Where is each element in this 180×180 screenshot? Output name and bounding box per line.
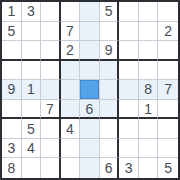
sudoku-cell-r1c6[interactable]: 5	[100, 2, 120, 22]
sudoku-cell-r3c7[interactable]	[119, 41, 139, 61]
sudoku-cell-r5c1[interactable]: 9	[2, 80, 22, 100]
sudoku-cell-r8c7[interactable]	[119, 139, 139, 159]
sudoku-cell-r3c6[interactable]: 9	[100, 41, 120, 61]
sudoku-cell-r2c9[interactable]: 2	[158, 22, 178, 42]
sudoku-cell-r5c8[interactable]: 8	[139, 80, 159, 100]
sudoku-cell-r1c8[interactable]	[139, 2, 159, 22]
sudoku-cell-r7c3[interactable]	[41, 119, 61, 139]
sudoku-cell-r2c7[interactable]	[119, 22, 139, 42]
sudoku-cell-r9c5[interactable]	[80, 158, 100, 178]
sudoku-cell-r4c8[interactable]	[139, 61, 159, 81]
sudoku-cell-r8c9[interactable]	[158, 139, 178, 159]
sudoku-cell-r9c8[interactable]	[139, 158, 159, 178]
sudoku-cell-r5c9[interactable]: 7	[158, 80, 178, 100]
sudoku-cell-r1c2[interactable]: 3	[22, 2, 42, 22]
sudoku-cell-r7c7[interactable]	[119, 119, 139, 139]
sudoku-cell-r2c1[interactable]: 5	[2, 22, 22, 42]
sudoku-cell-r9c9[interactable]: 5	[158, 158, 178, 178]
sudoku-cell-r9c2[interactable]	[22, 158, 42, 178]
sudoku-cell-r3c8[interactable]	[139, 41, 159, 61]
sudoku-board: 13557229918776154348635	[0, 0, 180, 180]
sudoku-cell-r4c5[interactable]	[80, 61, 100, 81]
sudoku-cell-r5c7[interactable]	[119, 80, 139, 100]
sudoku-cell-r1c9[interactable]	[158, 2, 178, 22]
sudoku-cell-r6c8[interactable]: 1	[139, 100, 159, 120]
sudoku-cell-r7c2[interactable]: 5	[22, 119, 42, 139]
sudoku-cell-r4c9[interactable]	[158, 61, 178, 81]
sudoku-cell-r3c3[interactable]	[41, 41, 61, 61]
sudoku-cell-r7c5[interactable]	[80, 119, 100, 139]
sudoku-cell-r5c3[interactable]	[41, 80, 61, 100]
sudoku-cell-r6c3[interactable]: 7	[41, 100, 61, 120]
sudoku-cell-r8c6[interactable]	[100, 139, 120, 159]
sudoku-cell-r5c4[interactable]	[61, 80, 81, 100]
sudoku-cell-r2c5[interactable]	[80, 22, 100, 42]
sudoku-cell-r6c6[interactable]	[100, 100, 120, 120]
sudoku-cell-r3c2[interactable]	[22, 41, 42, 61]
sudoku-cell-r2c8[interactable]	[139, 22, 159, 42]
sudoku-cell-r8c4[interactable]	[61, 139, 81, 159]
sudoku-cell-r5c6[interactable]	[100, 80, 120, 100]
sudoku-cell-r9c3[interactable]	[41, 158, 61, 178]
sudoku-cell-r1c7[interactable]	[119, 2, 139, 22]
sudoku-cell-r2c6[interactable]	[100, 22, 120, 42]
sudoku-cell-r4c3[interactable]	[41, 61, 61, 81]
sudoku-cell-r8c2[interactable]: 4	[22, 139, 42, 159]
sudoku-cell-r3c4[interactable]: 2	[61, 41, 81, 61]
sudoku-cell-r6c2[interactable]	[22, 100, 42, 120]
sudoku-cell-r1c1[interactable]: 1	[2, 2, 22, 22]
sudoku-cell-r1c4[interactable]	[61, 2, 81, 22]
sudoku-cell-r9c6[interactable]: 6	[100, 158, 120, 178]
sudoku-cell-r2c4[interactable]: 7	[61, 22, 81, 42]
sudoku-cell-r1c5[interactable]	[80, 2, 100, 22]
sudoku-cell-selected-r5c5[interactable]	[80, 80, 100, 100]
sudoku-cell-r7c8[interactable]	[139, 119, 159, 139]
sudoku-cell-r6c7[interactable]	[119, 100, 139, 120]
sudoku-cell-r9c1[interactable]: 8	[2, 158, 22, 178]
sudoku-cell-r7c1[interactable]	[2, 119, 22, 139]
sudoku-cell-r6c1[interactable]	[2, 100, 22, 120]
sudoku-cell-r3c1[interactable]	[2, 41, 22, 61]
sudoku-cell-r4c4[interactable]	[61, 61, 81, 81]
sudoku-cell-r3c9[interactable]	[158, 41, 178, 61]
sudoku-cell-r4c7[interactable]	[119, 61, 139, 81]
sudoku-cell-r7c4[interactable]: 4	[61, 119, 81, 139]
sudoku-cell-r4c1[interactable]	[2, 61, 22, 81]
sudoku-cell-r6c9[interactable]	[158, 100, 178, 120]
sudoku-cell-r1c3[interactable]	[41, 2, 61, 22]
sudoku-cell-r4c2[interactable]	[22, 61, 42, 81]
sudoku-cell-r7c9[interactable]	[158, 119, 178, 139]
sudoku-cell-r8c3[interactable]	[41, 139, 61, 159]
sudoku-cell-r9c7[interactable]: 3	[119, 158, 139, 178]
sudoku-cell-r8c8[interactable]	[139, 139, 159, 159]
sudoku-cell-r8c5[interactable]	[80, 139, 100, 159]
sudoku-cell-r2c3[interactable]	[41, 22, 61, 42]
sudoku-cell-r6c5[interactable]: 6	[80, 100, 100, 120]
sudoku-cell-r9c4[interactable]	[61, 158, 81, 178]
sudoku-cell-r5c2[interactable]: 1	[22, 80, 42, 100]
sudoku-cell-r6c4[interactable]	[61, 100, 81, 120]
sudoku-cell-r8c1[interactable]: 3	[2, 139, 22, 159]
sudoku-cell-r3c5[interactable]	[80, 41, 100, 61]
sudoku-cell-r7c6[interactable]	[100, 119, 120, 139]
sudoku-cell-r2c2[interactable]	[22, 22, 42, 42]
sudoku-cell-r4c6[interactable]	[100, 61, 120, 81]
